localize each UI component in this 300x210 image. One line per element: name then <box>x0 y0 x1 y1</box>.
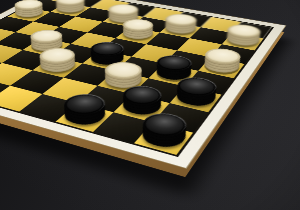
cream-checker-piece-r5c3 <box>30 55 85 78</box>
black-checker-piece-r7c5 <box>53 101 117 133</box>
cream-checker-piece-r3c7 <box>196 56 247 79</box>
perspective-scene <box>0 0 300 210</box>
photo-background <box>0 0 300 210</box>
black-checker-piece-r7c7 <box>131 121 196 157</box>
black-checker-piece-r5c7 <box>167 85 224 114</box>
checkers-board <box>0 0 285 168</box>
